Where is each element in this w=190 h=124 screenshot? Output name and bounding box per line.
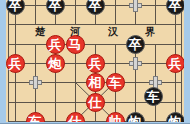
xiangqi-board[interactable]: 楚 河 汉 界 卒卒卒卒兵马卒兵炮兵兵相车仕车车仕帅炮炮	[6, 0, 184, 122]
point-marker	[130, 58, 141, 69]
piece-red-chariot[interactable]: 车	[106, 73, 125, 92]
piece-red-cannon[interactable]: 炮	[46, 54, 65, 73]
piece-black-soldier[interactable]: 卒	[126, 35, 145, 54]
xiangqi-app: 楚 河 汉 界 卒卒卒卒兵马卒兵炮兵兵相车仕车车仕帅炮炮	[0, 0, 190, 124]
piece-red-soldier[interactable]: 兵	[166, 54, 185, 73]
point-marker	[30, 77, 41, 88]
piece-red-horse[interactable]: 马	[66, 35, 85, 54]
river-label-jie: 界	[145, 25, 155, 39]
piece-red-elephant[interactable]: 相	[86, 73, 105, 92]
piece-black-soldier[interactable]: 卒	[166, 0, 185, 15]
piece-black-cannon[interactable]: 炮	[166, 112, 185, 123]
piece-black-soldier[interactable]: 卒	[46, 0, 65, 15]
piece-red-soldier[interactable]: 兵	[6, 54, 25, 73]
piece-red-soldier[interactable]: 兵	[86, 54, 105, 73]
piece-red-advisor[interactable]: 仕	[86, 93, 105, 112]
piece-black-soldier[interactable]: 卒	[86, 0, 105, 15]
river-label-chu: 楚	[35, 25, 45, 39]
window-bottom-edge	[0, 123, 190, 124]
piece-black-soldier[interactable]: 卒	[6, 0, 25, 15]
point-marker	[150, 77, 161, 88]
piece-black-cannon[interactable]: 炮	[126, 112, 145, 123]
river-label-han: 汉	[108, 25, 118, 39]
point-marker	[130, 0, 141, 11]
piece-red-soldier[interactable]: 兵	[46, 35, 65, 54]
piece-black-chariot[interactable]: 车	[144, 87, 163, 106]
